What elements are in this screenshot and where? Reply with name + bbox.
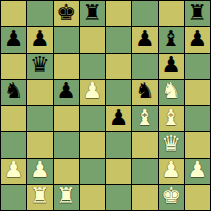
square-h7[interactable]: ♟ [185,27,210,52]
square-g6[interactable]: ♟ [159,54,184,79]
piece-black-queen[interactable]: ♛ [30,54,50,76]
square-c5[interactable]: ♟ [54,80,79,105]
piece-white-pawn[interactable]: ♟ [4,159,24,181]
square-d5[interactable]: ♟ [80,80,105,105]
piece-white-bishop[interactable]: ♝ [161,107,181,129]
square-a5[interactable]: ♞ [1,80,26,105]
square-d8[interactable]: ♜ [80,1,105,26]
square-g1[interactable]: ♚ [159,185,184,210]
square-g3[interactable]: ♛ [159,132,184,157]
square-e6[interactable] [106,54,131,79]
square-b7[interactable]: ♟ [27,27,52,52]
square-f4[interactable]: ♝ [132,106,157,131]
square-c3[interactable] [54,132,79,157]
square-f2[interactable] [132,159,157,184]
square-c6[interactable] [54,54,79,79]
square-c7[interactable] [54,27,79,52]
square-f1[interactable] [132,185,157,210]
square-e5[interactable] [106,80,131,105]
square-e8[interactable] [106,1,131,26]
square-b8[interactable] [27,1,52,26]
square-f8[interactable] [132,1,157,26]
square-a2[interactable]: ♟ [1,159,26,184]
square-h3[interactable] [185,132,210,157]
piece-black-pawn[interactable]: ♟ [109,107,129,129]
square-g7[interactable]: ♝ [159,27,184,52]
piece-white-pawn[interactable]: ♟ [83,80,103,102]
piece-black-pawn[interactable]: ♟ [30,28,50,50]
piece-black-pawn[interactable]: ♟ [135,28,155,50]
square-g5[interactable]: ♞ [159,80,184,105]
piece-white-king[interactable]: ♚ [161,185,181,207]
piece-black-king[interactable]: ♚ [56,2,76,24]
piece-black-pawn[interactable]: ♟ [56,80,76,102]
square-a3[interactable] [1,132,26,157]
piece-white-queen[interactable]: ♛ [161,133,181,155]
square-d2[interactable] [80,159,105,184]
square-b5[interactable] [27,80,52,105]
square-d6[interactable] [80,54,105,79]
square-g8[interactable] [159,1,184,26]
square-g4[interactable]: ♝ [159,106,184,131]
square-a6[interactable] [1,54,26,79]
piece-black-knight[interactable]: ♞ [4,80,24,102]
square-h8[interactable]: ♜ [185,1,210,26]
piece-white-pawn[interactable]: ♟ [188,159,208,181]
square-b4[interactable] [27,106,52,131]
square-d3[interactable] [80,132,105,157]
square-a1[interactable] [1,185,26,210]
square-d7[interactable] [80,27,105,52]
square-a4[interactable] [1,106,26,131]
piece-black-bishop[interactable]: ♝ [161,28,181,50]
piece-white-rook[interactable]: ♜ [30,185,50,207]
square-c1[interactable]: ♜ [54,185,79,210]
square-d4[interactable] [80,106,105,131]
square-h1[interactable] [185,185,210,210]
square-c4[interactable] [54,106,79,131]
square-a8[interactable] [1,1,26,26]
square-h5[interactable] [185,80,210,105]
piece-white-pawn[interactable]: ♟ [161,159,181,181]
piece-black-pawn[interactable]: ♟ [4,28,24,50]
square-b6[interactable]: ♛ [27,54,52,79]
square-d1[interactable] [80,185,105,210]
piece-black-knight[interactable]: ♞ [135,80,155,102]
piece-black-pawn[interactable]: ♟ [188,28,208,50]
piece-black-rook[interactable]: ♜ [83,2,103,24]
chess-board: ♚♜♜♟♟♟♝♟♛♟♞♟♟♞♞♟♝♝♛♟♟♟♟♜♜♚ [0,0,211,211]
square-e4[interactable]: ♟ [106,106,131,131]
square-e7[interactable] [106,27,131,52]
piece-black-pawn[interactable]: ♟ [161,54,181,76]
square-c8[interactable]: ♚ [54,1,79,26]
square-h6[interactable] [185,54,210,79]
square-b1[interactable]: ♜ [27,185,52,210]
piece-white-pawn[interactable]: ♟ [30,159,50,181]
piece-black-rook[interactable]: ♜ [188,2,208,24]
square-a7[interactable]: ♟ [1,27,26,52]
square-e2[interactable] [106,159,131,184]
square-f5[interactable]: ♞ [132,80,157,105]
square-g2[interactable]: ♟ [159,159,184,184]
piece-white-rook[interactable]: ♜ [56,185,76,207]
square-h2[interactable]: ♟ [185,159,210,184]
square-h4[interactable] [185,106,210,131]
chess-board-window: ♚♜♜♟♟♟♝♟♛♟♞♟♟♞♞♟♝♝♛♟♟♟♟♜♜♚ [0,0,211,211]
piece-white-bishop[interactable]: ♝ [135,107,155,129]
square-b2[interactable]: ♟ [27,159,52,184]
square-f3[interactable] [132,132,157,157]
square-e1[interactable] [106,185,131,210]
square-b3[interactable] [27,132,52,157]
square-c2[interactable] [54,159,79,184]
square-f7[interactable]: ♟ [132,27,157,52]
square-f6[interactable] [132,54,157,79]
piece-white-knight[interactable]: ♞ [161,80,181,102]
square-e3[interactable] [106,132,131,157]
